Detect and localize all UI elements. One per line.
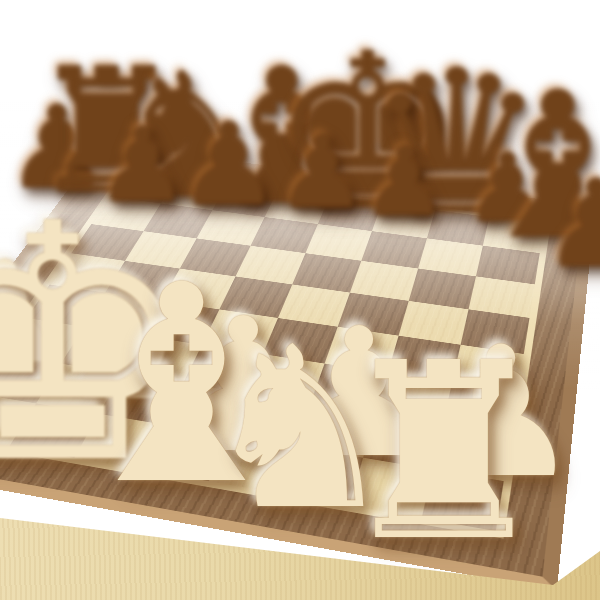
white-rook[interactable]: ♜ [322,331,566,575]
pieces-layer: ♟♜♟♞♟♝♟♚♟♛♟♝♟♟♚♟♝♟♞♟♜♟ [0,0,600,600]
black-pawn[interactable]: ♟ [536,164,600,285]
black-pawn[interactable]: ♟ [357,135,452,230]
chess-set-photo: ♟♜♟♞♟♝♟♚♟♛♟♝♟♟♚♟♝♟♞♟♜♟ [0,0,600,600]
